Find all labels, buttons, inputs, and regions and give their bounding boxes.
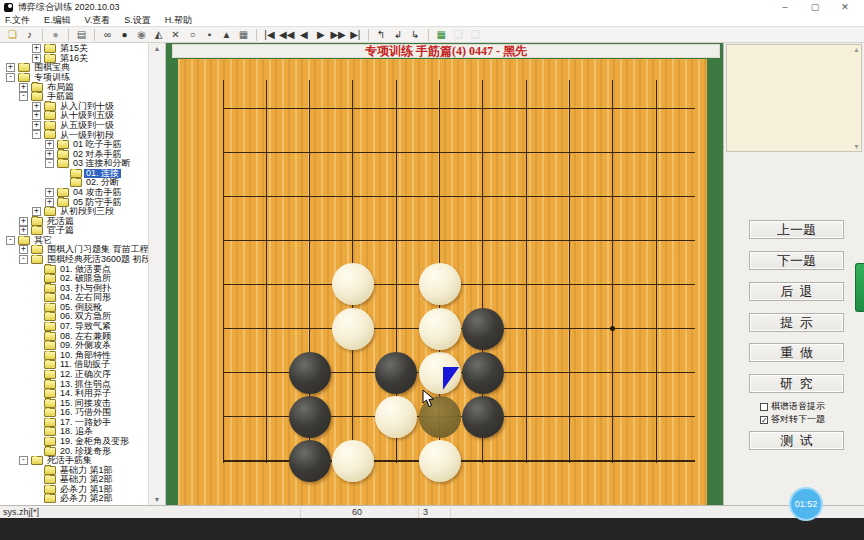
- collapse-toggle-icon[interactable]: -: [6, 73, 15, 82]
- black-stone-E3[interactable]: [375, 352, 417, 394]
- sidebar-item[interactable]: 18. 追杀: [0, 427, 149, 437]
- sidebar-item-label[interactable]: 死活篇: [45, 216, 76, 226]
- sidebar-item[interactable]: +死活篇: [0, 216, 149, 226]
- folder-icon: [31, 245, 43, 254]
- research-button[interactable]: 研 究: [749, 374, 844, 393]
- square-marker-icon[interactable]: ▪: [202, 28, 217, 41]
- minimize-icon[interactable]: –: [770, 0, 800, 14]
- expand-toggle-icon[interactable]: +: [19, 226, 28, 235]
- sidebar-item[interactable]: 08. 左右兼顾: [0, 331, 149, 341]
- sidebar-item-label[interactable]: 从十级到五级: [58, 111, 116, 121]
- redo-button[interactable]: 重 做: [749, 343, 844, 362]
- sidebar-item[interactable]: +第15关: [0, 44, 149, 54]
- menu-item[interactable]: S.设置: [124, 14, 151, 27]
- sidebar-item-label[interactable]: 05 防守手筋: [71, 197, 124, 207]
- auto-next-checkbox[interactable]: ✓ 答对转下一题: [760, 413, 825, 426]
- folder-icon: [44, 111, 56, 120]
- nav-back-icon[interactable]: ◀: [296, 28, 311, 41]
- grid-line: [656, 80, 657, 463]
- expand-toggle-icon[interactable]: +: [32, 44, 41, 53]
- sidebar-item-label[interactable]: 基础力 第1部: [58, 465, 115, 475]
- nav-last-icon[interactable]: ▶|: [348, 28, 363, 41]
- sidebar-item[interactable]: 19. 金柜角及变形: [0, 437, 149, 447]
- folder-icon: [44, 370, 56, 379]
- sidebar-item-label[interactable]: 06. 双方急所: [58, 312, 113, 322]
- folder-icon: [44, 447, 56, 456]
- tool-b-icon: ❏: [468, 28, 483, 41]
- voice-hint-checkbox[interactable]: 棋谱语音提示: [760, 400, 825, 413]
- white-stone-D4[interactable]: [332, 308, 374, 350]
- collapse-toggle-icon[interactable]: -: [6, 236, 15, 245]
- expand-toggle-icon[interactable]: +: [19, 245, 28, 254]
- sidebar-item-label[interactable]: 18. 追杀: [58, 427, 95, 437]
- sidebar-item[interactable]: 16. 巧借外围: [0, 408, 149, 418]
- sidebar-item-label[interactable]: 10. 角部特性: [58, 351, 113, 361]
- folder-icon: [44, 44, 56, 53]
- sidebar-item-label[interactable]: 02. 分断: [84, 178, 121, 188]
- folder-icon: [44, 121, 56, 130]
- screen: 博弈综合训练 2020.10.03 – ▢ ✕ F.文件E.编辑V.查看S.设置…: [0, 0, 864, 540]
- expand-toggle-icon[interactable]: +: [45, 188, 54, 197]
- folder-icon: [44, 303, 56, 312]
- sidebar-item[interactable]: -手筋篇: [0, 92, 149, 102]
- folder-icon: [44, 54, 56, 63]
- sidebar-item[interactable]: 13. 抓住弱点: [0, 379, 149, 389]
- folder-icon: [31, 226, 43, 235]
- sidebar-item-label[interactable]: 14. 利用弃子: [58, 389, 113, 399]
- folder-icon: [70, 178, 82, 187]
- link-stones-icon[interactable]: ∞: [100, 28, 115, 41]
- sidebar-item[interactable]: -其它: [0, 236, 149, 246]
- sidebar-item-label[interactable]: 从入门到十级: [58, 101, 116, 111]
- toolbar-separator: [68, 29, 69, 41]
- toolbar-separator: [94, 29, 95, 41]
- white-stone-E2[interactable]: [375, 396, 417, 438]
- open-file-icon[interactable]: ❏: [5, 28, 20, 41]
- white-stone-F1[interactable]: [419, 440, 461, 482]
- folder-icon: [31, 92, 43, 101]
- comment-scroll-down-icon[interactable]: ▼: [853, 143, 860, 150]
- sidebar-item-label[interactable]: 必杀力 第2部: [58, 494, 115, 504]
- sidebar-item[interactable]: 01. 连接: [0, 169, 149, 179]
- white-stone-F5[interactable]: [419, 263, 461, 305]
- branch-next-icon[interactable]: ↳: [408, 28, 423, 41]
- statusbar: sys.zhj[*] 60 3: [0, 505, 864, 518]
- sidebar-item[interactable]: -从一级到初段: [0, 130, 149, 140]
- maximize-icon[interactable]: ▢: [800, 0, 830, 14]
- menu-item[interactable]: E.编辑: [44, 14, 71, 27]
- sidebar-item-label[interactable]: 手筋篇: [45, 92, 76, 102]
- folder-icon: [44, 437, 56, 446]
- undo-button[interactable]: 后 退: [749, 282, 844, 301]
- toolbar-separator: [368, 29, 369, 41]
- side-widget-button[interactable]: [855, 263, 864, 312]
- menu-item[interactable]: F.文件: [5, 14, 30, 27]
- menubar: F.文件E.编辑V.查看S.设置H.帮助: [0, 14, 864, 26]
- sidebar-item[interactable]: +02 对杀手筋: [0, 149, 149, 159]
- folder-icon: [44, 466, 56, 475]
- grid-line: [612, 80, 613, 463]
- sidebar-item-label[interactable]: 03 连接和分断: [71, 159, 133, 169]
- sidebar-item-label[interactable]: 从初段到三段: [58, 207, 116, 217]
- prev-problem-button[interactable]: 上一题: [749, 220, 844, 239]
- expand-toggle-icon[interactable]: +: [19, 83, 28, 92]
- scroll-down-icon[interactable]: ▼: [149, 496, 165, 503]
- star-point: [610, 326, 615, 331]
- board-panel: 专项训练 手筋篇(4) 0447 - 黑先: [166, 43, 723, 505]
- comment-box[interactable]: ▲ ▼: [726, 44, 862, 152]
- white-stone-D1[interactable]: [332, 440, 374, 482]
- sidebar-item-label[interactable]: 第16关: [58, 54, 90, 64]
- sidebar-item-label[interactable]: 04. 左右同形: [58, 293, 113, 303]
- problem-title: 专项训练 手筋篇(4) 0447 - 黑先: [172, 44, 720, 58]
- folder-icon: [44, 380, 56, 389]
- status-moves: 60: [352, 507, 362, 518]
- sidebar-item-label[interactable]: 20. 珍珑奇形: [58, 446, 113, 456]
- folder-icon: [44, 475, 56, 484]
- sidebar-item[interactable]: -03 连接和分断: [0, 159, 149, 169]
- sidebar-item[interactable]: 17. 一路妙手: [0, 418, 149, 428]
- circle-marker-icon[interactable]: ○: [185, 28, 200, 41]
- sidebar-item-label[interactable]: 08. 左右兼顾: [58, 331, 113, 341]
- toolbar-separator: [256, 29, 257, 41]
- folder-icon: [44, 284, 56, 293]
- sidebar-item[interactable]: +布局篇: [0, 82, 149, 92]
- sidebar-item-label[interactable]: 从五级到一级: [58, 121, 116, 131]
- new-board-icon[interactable]: ▦: [434, 28, 449, 41]
- sidebar-item[interactable]: 07. 导致气紧: [0, 322, 149, 332]
- expand-toggle-icon[interactable]: +: [45, 140, 54, 149]
- collapse-toggle-icon[interactable]: -: [19, 255, 28, 264]
- sidebar-item[interactable]: +从五级到一级: [0, 121, 149, 131]
- expand-toggle-icon[interactable]: +: [45, 150, 54, 159]
- sidebar-item[interactable]: -围棋经典死活3600题 初段: [0, 255, 149, 265]
- sidebar-item[interactable]: 15. 间接攻击: [0, 398, 149, 408]
- expand-toggle-icon[interactable]: +: [6, 63, 15, 72]
- folder-icon: [44, 399, 56, 408]
- folder-icon: [44, 485, 56, 494]
- black-stone-G3[interactable]: [462, 352, 504, 394]
- mouse-cursor: [422, 389, 435, 408]
- sidebar-item[interactable]: 基础力 第1部: [0, 465, 149, 475]
- territory-icon[interactable]: ▦: [236, 28, 251, 41]
- nav-forward10-icon[interactable]: ▶▶: [330, 28, 345, 41]
- sidebar-item[interactable]: 03. 扑与倒扑: [0, 283, 149, 293]
- sidebar-item[interactable]: +从初段到三段: [0, 207, 149, 217]
- expand-toggle-icon[interactable]: +: [32, 102, 41, 111]
- sidebar-item-label[interactable]: 围棋宝典: [32, 63, 72, 73]
- sidebar-item-label[interactable]: 其它: [32, 236, 54, 246]
- grid-line: [569, 80, 570, 463]
- sidebar-item-label[interactable]: 专项训练: [32, 73, 72, 83]
- sidebar-item[interactable]: 20. 珍珑奇形: [0, 446, 149, 456]
- sidebar-item-label[interactable]: 从一级到初段: [58, 130, 116, 140]
- collapse-toggle-icon[interactable]: -: [19, 456, 28, 465]
- sidebar-item[interactable]: 01. 做活要点: [0, 264, 149, 274]
- checkbox-checked-icon[interactable]: ✓: [760, 416, 768, 424]
- expand-toggle-icon[interactable]: +: [32, 54, 41, 63]
- label-marker-icon[interactable]: ◭: [151, 28, 166, 41]
- sidebar-item[interactable]: +从入门到十级: [0, 101, 149, 111]
- sidebar-item-label[interactable]: 15. 间接攻击: [58, 398, 113, 408]
- folder-icon: [57, 150, 69, 159]
- sidebar-item-label[interactable]: 02 对杀手筋: [71, 149, 124, 159]
- grid-line: [223, 196, 695, 197]
- folder-icon: [44, 389, 56, 398]
- triangle-marker-icon[interactable]: ▲: [219, 28, 234, 41]
- grid-line: [223, 108, 695, 109]
- branch-up-icon[interactable]: ↰: [374, 28, 389, 41]
- hint-button[interactable]: 提 示: [749, 313, 844, 332]
- collapse-toggle-icon[interactable]: -: [45, 159, 54, 168]
- folder-icon: [57, 159, 69, 168]
- taskbar: 在这里输入你要搜索的内容 W ∧ 英 10:35 2022/8/10: [0, 518, 864, 540]
- next-problem-button[interactable]: 下一题: [749, 251, 844, 270]
- black-stone-icon[interactable]: ●: [117, 28, 132, 41]
- window-titlebar: 博弈综合训练 2020.10.03 – ▢ ✕: [0, 0, 864, 14]
- close-icon[interactable]: ✕: [830, 0, 860, 14]
- comment-scroll-up-icon[interactable]: ▲: [853, 46, 860, 53]
- app-logo-icon: [4, 3, 13, 12]
- board-setup-icon[interactable]: ▤: [74, 28, 89, 41]
- sidebar-item[interactable]: 02. 破眼急所: [0, 274, 149, 284]
- sidebar-item[interactable]: +围棋宝典: [0, 63, 149, 73]
- stone-tool-icon[interactable]: ●: [48, 28, 63, 41]
- sidebar-item-label[interactable]: 07. 导致气紧: [58, 322, 113, 332]
- sidebar-item-label[interactable]: 17. 一路妙手: [58, 418, 113, 428]
- white-stone-D5[interactable]: [332, 263, 374, 305]
- branch-prev-icon[interactable]: ↲: [391, 28, 406, 41]
- folder-icon: [31, 255, 43, 264]
- sidebar: +第15关+第16关+围棋宝典-专项训练+布局篇-手筋篇+从入门到十级+从十级到…: [0, 43, 166, 505]
- grid-line: [223, 240, 695, 241]
- folder-icon: [44, 408, 56, 417]
- menu-item[interactable]: H.帮助: [165, 14, 192, 27]
- toolbar-separator: [428, 29, 429, 41]
- sound-icon[interactable]: ♪: [22, 28, 37, 41]
- sidebar-item-label[interactable]: 官子篇: [45, 226, 76, 236]
- sidebar-item-label-selected[interactable]: 01. 连接: [84, 169, 121, 179]
- folder-icon: [18, 63, 30, 72]
- sidebar-item-label[interactable]: 12. 正确次序: [58, 370, 113, 380]
- scroll-up-icon[interactable]: ▲: [149, 45, 165, 52]
- sidebar-scrollbar[interactable]: ▲ ▼: [148, 43, 165, 505]
- folder-icon: [57, 188, 69, 197]
- sidebar-item-label[interactable]: 01. 做活要点: [58, 264, 113, 274]
- nav-forward-icon[interactable]: ▶: [313, 28, 328, 41]
- grid-line: [526, 80, 527, 463]
- folder-icon: [44, 207, 56, 216]
- sidebar-item[interactable]: 09. 外侧攻杀: [0, 341, 149, 351]
- collapse-toggle-icon[interactable]: -: [32, 130, 41, 139]
- sidebar-item[interactable]: 12. 正确次序: [0, 370, 149, 380]
- sidebar-item[interactable]: +从十级到五级: [0, 111, 149, 121]
- sidebar-item-label[interactable]: 19. 金柜角及变形: [58, 437, 131, 447]
- folder-icon: [44, 265, 56, 274]
- folder-icon: [31, 456, 43, 465]
- test-button[interactable]: 测 试: [749, 431, 844, 450]
- sidebar-item[interactable]: +04 攻击手筋: [0, 188, 149, 198]
- sidebar-item-label[interactable]: 第15关: [58, 44, 90, 54]
- nav-first-icon[interactable]: |◀: [262, 28, 277, 41]
- sidebar-tree: +第15关+第16关+围棋宝典-专项训练+布局篇-手筋篇+从入门到十级+从十级到…: [0, 44, 149, 504]
- folder-icon: [57, 198, 69, 207]
- status-branch: 3: [423, 507, 428, 518]
- folder-icon: [44, 274, 56, 283]
- sidebar-item[interactable]: +05 防守手筋: [0, 197, 149, 207]
- sidebar-item-label[interactable]: 16. 巧借外围: [58, 408, 113, 418]
- grid-line: [223, 152, 695, 153]
- black-stone-G2[interactable]: [462, 396, 504, 438]
- sidebar-item-label[interactable]: 布局篇: [45, 82, 76, 92]
- grid-line: [223, 80, 224, 463]
- sidebar-item-label[interactable]: 死活手筋集: [45, 456, 94, 466]
- folder-icon: [44, 360, 56, 369]
- expand-toggle-icon[interactable]: +: [32, 207, 41, 216]
- sidebar-item-label[interactable]: 03. 扑与倒扑: [58, 283, 113, 293]
- sidebar-item[interactable]: 04. 左右同形: [0, 293, 149, 303]
- folder-icon: [70, 169, 82, 178]
- folder-icon: [44, 332, 56, 341]
- sidebar-item-label[interactable]: 09. 外侧攻杀: [58, 341, 113, 351]
- sidebar-item[interactable]: 14. 利用弃子: [0, 389, 149, 399]
- grid-line: [266, 80, 267, 463]
- expand-toggle-icon[interactable]: +: [32, 121, 41, 130]
- collapse-toggle-icon[interactable]: -: [19, 92, 28, 101]
- sidebar-item[interactable]: 10. 角部特性: [0, 351, 149, 361]
- sidebar-item[interactable]: +第16关: [0, 54, 149, 64]
- folder-icon: [57, 140, 69, 149]
- sidebar-item[interactable]: -死活手筋集: [0, 456, 149, 466]
- sidebar-item[interactable]: +01 吃子手筋: [0, 140, 149, 150]
- sidebar-item[interactable]: 基础力 第2部: [0, 475, 149, 485]
- folder-icon: [44, 427, 56, 436]
- white-stone-F4[interactable]: [419, 308, 461, 350]
- sidebar-item[interactable]: 必杀力 第1部: [0, 485, 149, 495]
- sidebar-item[interactable]: 必杀力 第2部: [0, 494, 149, 504]
- sidebar-item-label[interactable]: 04 攻击手筋: [71, 188, 124, 198]
- black-stone-C3[interactable]: [289, 352, 331, 394]
- sidebar-item-label[interactable]: 围棋入门习题集 育苗工程: [45, 245, 149, 255]
- folder-icon: [44, 130, 56, 139]
- folder-icon: [44, 341, 56, 350]
- sidebar-item-label[interactable]: 必杀力 第1部: [58, 485, 115, 495]
- folder-icon: [44, 293, 56, 302]
- sidebar-item[interactable]: -专项训练: [0, 73, 149, 83]
- menu-item[interactable]: V.查看: [85, 14, 111, 27]
- folder-icon: [18, 73, 30, 82]
- folder-icon: [44, 494, 56, 503]
- expand-toggle-icon[interactable]: +: [32, 111, 41, 120]
- folder-icon: [44, 102, 56, 111]
- delete-stone-icon[interactable]: ✕: [168, 28, 183, 41]
- sidebar-item-label[interactable]: 围棋经典死活3600题 初段: [45, 255, 149, 265]
- sidebar-item[interactable]: +围棋入门习题集 育苗工程: [0, 245, 149, 255]
- black-stone-G4[interactable]: [462, 308, 504, 350]
- folder-icon: [44, 418, 56, 427]
- sidebar-item-label[interactable]: 11. 借助扳子: [58, 360, 112, 370]
- folder-icon: [31, 217, 43, 226]
- sidebar-item-label[interactable]: 13. 抓住弱点: [58, 379, 113, 389]
- toolbar: ❏♪●▤∞●◉◭✕○▪▲▦|◀◀◀◀▶▶▶▶|↰↲↳▦❏❏: [0, 26, 864, 43]
- folder-icon: [44, 351, 56, 360]
- tool-a-icon: ❏: [451, 28, 466, 41]
- expand-toggle-icon[interactable]: +: [45, 198, 54, 207]
- sidebar-item[interactable]: +官子篇: [0, 226, 149, 236]
- nav-back10-icon[interactable]: ◀◀: [279, 28, 294, 41]
- sidebar-item-label[interactable]: 01 吃子手筋: [71, 140, 124, 150]
- window-title: 博弈综合训练 2020.10.03: [18, 1, 120, 14]
- folder-icon: [18, 236, 30, 245]
- black-stone-C1[interactable]: [289, 440, 331, 482]
- go-board[interactable]: [178, 59, 707, 505]
- status-filename: sys.zhj[*]: [3, 507, 39, 518]
- sidebar-item[interactable]: 06. 双方急所: [0, 312, 149, 322]
- white-stone-icon[interactable]: ◉: [134, 28, 149, 41]
- sidebar-item[interactable]: 11. 借助扳子: [0, 360, 149, 370]
- recording-timer-overlay: 01:52: [789, 487, 823, 521]
- toolbar-separator: [42, 29, 43, 41]
- folder-icon: [31, 83, 43, 92]
- sidebar-item-label[interactable]: 05. 倒脱靴: [58, 303, 104, 313]
- sidebar-item[interactable]: 02. 分断: [0, 178, 149, 188]
- sidebar-item-label[interactable]: 02. 破眼急所: [58, 274, 113, 284]
- black-stone-C2[interactable]: [289, 396, 331, 438]
- folder-icon: [44, 322, 56, 331]
- checkbox-unchecked-icon[interactable]: [760, 403, 768, 411]
- right-panel: ▲ ▼ 上一题 下一题 后 退 提 示 重 做 研 究 棋谱语音提示 ✓ 答对转…: [723, 43, 864, 505]
- sidebar-item[interactable]: 05. 倒脱靴: [0, 303, 149, 313]
- folder-icon: [44, 312, 56, 321]
- expand-toggle-icon[interactable]: +: [19, 217, 28, 226]
- sidebar-item-label[interactable]: 基础力 第2部: [58, 475, 115, 485]
